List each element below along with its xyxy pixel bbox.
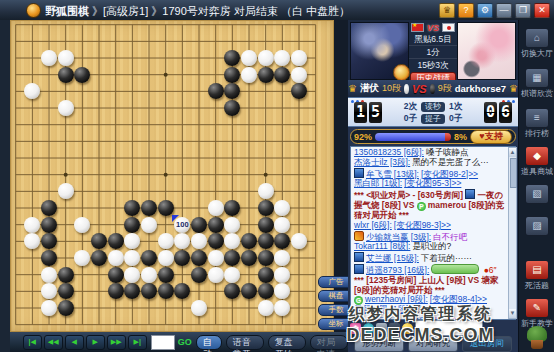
chat-message: 杰洛士ilz [3段]:黑的不是完蛋了么··· xyxy=(354,158,505,168)
chat-text: 白不行吧 xyxy=(433,232,467,242)
settings-gear-icon[interactable]: ⚙ xyxy=(477,3,493,18)
black-stone xyxy=(258,283,274,299)
last-move-stone: 100 xyxy=(174,217,190,233)
sidebar-label: 死活题 xyxy=(519,281,554,290)
help-icon[interactable]: ? xyxy=(458,3,474,18)
black-stone xyxy=(74,67,90,83)
sidebar-icon: ▨ xyxy=(525,216,549,236)
sidebar-item-道具商城[interactable]: ◆道具商城 xyxy=(519,146,554,176)
sidebar-label: 排行榜 xyxy=(519,129,554,138)
black-stone xyxy=(258,233,274,249)
white-stone-icon xyxy=(404,84,409,94)
p-chat-icon: P xyxy=(417,202,426,211)
minimize-button[interactable]: — xyxy=(496,3,512,18)
black-clock: 06 xyxy=(484,102,512,123)
black-stone xyxy=(208,233,224,249)
chat-user-name[interactable]: 黑白郎 [1级]: xyxy=(354,178,402,188)
chat-message: 艾兰娜 [15级]:下着玩的······ xyxy=(354,252,505,264)
chat-announcement: *** <职业对局> - [630号房间] 一夜の握气烧 [8段] VS Pma… xyxy=(354,189,505,221)
white-support-pct: 92% xyxy=(354,132,372,142)
black-stone xyxy=(41,217,57,233)
chat-user-name[interactable]: 牟飞雪 [13级]: xyxy=(366,169,419,179)
variation-link[interactable]: [变化图95-3]>> xyxy=(404,178,461,188)
move-number-label: 100 xyxy=(174,217,190,233)
black-crown-icon: ♛ xyxy=(509,84,518,94)
white-crown-icon: ♛ xyxy=(348,84,357,94)
maximize-button[interactable]: ❐ xyxy=(515,3,531,18)
black-stone xyxy=(258,250,274,266)
white-clock-digit: 1 xyxy=(354,102,367,123)
black-stone xyxy=(58,283,74,299)
black-player-rank: 9段 xyxy=(438,82,452,95)
watermark-line1: 织梦内容管理系统 xyxy=(288,304,553,325)
vs-logo: VS xyxy=(412,83,427,95)
title-bar: 野狐围棋 》[高级房1] 》1790号对弈房 对局结束 （白 中盘胜） ♛ ? … xyxy=(0,0,554,20)
white-stone xyxy=(141,217,157,233)
right-panel: VS 黑贴6.5目 1分 15秒3次 历史战绩 ♛ 潜伏 10段 VS 9段 d… xyxy=(348,20,518,352)
black-stone xyxy=(274,67,290,83)
game-status: 对局结束 （白 中盘胜） xyxy=(234,5,350,17)
black-stone xyxy=(258,67,274,83)
window-title: 野狐围棋 》[高级房1] 》1790号对弈房 对局结束 （白 中盘胜） xyxy=(45,4,350,19)
black-byoyomi-left: 1次 xyxy=(449,101,462,113)
chat-user-name[interactable]: wlxr [6段]: xyxy=(354,220,392,230)
chat-user-name[interactable]: 少输就当赢 [3级]: xyxy=(366,232,431,242)
byoyomi-setting-label: 15秒3次 xyxy=(409,58,457,71)
white-stone xyxy=(274,267,290,283)
avatar-badge-icon xyxy=(393,64,410,81)
nav-first-button[interactable]: |◀ xyxy=(23,335,42,350)
white-stone xyxy=(258,300,274,316)
white-stone xyxy=(224,217,240,233)
black-stone xyxy=(108,267,124,283)
sidebar-label: 棋谱欣赏 xyxy=(519,89,554,98)
japan-flag-icon xyxy=(442,23,455,32)
black-stone xyxy=(124,217,140,233)
chat-text: *** <职业对局> - [630号房间] xyxy=(354,190,465,200)
white-stone xyxy=(108,250,124,266)
chat-user-name[interactable]: wenzhaoyi [9段]: xyxy=(365,294,428,304)
nav-last-button[interactable]: ▶| xyxy=(128,335,147,350)
go-board[interactable]: 100 xyxy=(10,20,334,332)
support-bar: 92% 8% ♥支持 xyxy=(350,129,516,144)
white-stone xyxy=(74,217,90,233)
black-stone-icon xyxy=(430,84,435,94)
sidebar-item-切换大厅[interactable]: ⌂切换大厅 xyxy=(519,28,554,58)
nav-fast-back-button[interactable]: ◀◀ xyxy=(44,335,63,350)
support-button[interactable]: ♥支持 xyxy=(470,130,512,144)
main-time-label: 1分 xyxy=(409,45,457,58)
voice-chat-icon xyxy=(431,264,479,274)
white-byoyomi-left: 2次 xyxy=(404,101,417,113)
white-stone xyxy=(58,100,74,116)
black-stone xyxy=(108,233,124,249)
black-stone xyxy=(108,283,124,299)
nav-back-button[interactable]: ◀ xyxy=(65,335,84,350)
match-settings: VS 黑贴6.5目 1分 15秒3次 历史战绩 xyxy=(409,22,457,86)
sq-chat-icon xyxy=(354,252,364,262)
sidebar-icon: ⌂ xyxy=(525,28,549,48)
chat-user-name[interactable]: 艾兰娜 [15级]: xyxy=(366,253,419,263)
black-stone xyxy=(91,250,107,266)
chat-scrollbar[interactable]: ▲ ▼ xyxy=(508,147,517,319)
chat-user-name[interactable]: 杰洛士ilz [3段]: xyxy=(354,157,410,167)
chat-text: 黑的不是完蛋了么··· xyxy=(412,157,489,167)
chat-user-name[interactable]: Tokar111 [8级]: xyxy=(354,241,410,251)
sidebar-icon: ◆ xyxy=(525,146,549,166)
variation-link[interactable]: [变化图98-2]>> xyxy=(421,169,478,179)
white-player-name[interactable]: 潜伏 xyxy=(360,82,379,95)
sidebar-item-5[interactable]: ▨ xyxy=(519,216,554,237)
chat-text: 嗓子咳静点 xyxy=(426,147,469,157)
watermark-line2: DEDECMS.COM xyxy=(288,325,553,346)
vip-crown-icon[interactable]: ♛ xyxy=(439,3,455,18)
sq-chat-icon xyxy=(465,189,475,199)
player-info-section: VS 黑贴6.5目 1分 15秒3次 历史战绩 xyxy=(348,20,518,80)
black-clock-digit: 0 xyxy=(484,102,497,123)
chat-user-name[interactable]: 逍遥8793 [16级]: xyxy=(366,265,429,275)
nav-fast-forward-button[interactable]: ▶▶ xyxy=(107,335,126,350)
room-breadcrumb: 》[高级房1] 》1790号对弈房 xyxy=(92,5,231,17)
support-progress xyxy=(375,133,451,141)
black-captures: 0子 xyxy=(449,113,462,125)
captures-label: 提子 xyxy=(421,114,445,124)
white-stone xyxy=(41,267,57,283)
vs-label: VS xyxy=(427,23,439,33)
sidebar-label: 道具商城 xyxy=(519,167,554,176)
black-stone xyxy=(258,200,274,216)
chat-message: Tokar111 [8级]:是职业的? xyxy=(354,242,505,252)
scroll-up-icon[interactable]: ▲ xyxy=(509,148,516,157)
variation-link[interactable]: [变化图98-3]>> xyxy=(394,220,451,230)
white-player-avatar[interactable] xyxy=(350,22,409,80)
go-button[interactable]: GO xyxy=(178,337,192,347)
app-name: 野狐围棋 xyxy=(45,5,89,17)
app-window: 野狐围棋 》[高级房1] 》1790号对弈房 对局结束 （白 中盘胜） ♛ ? … xyxy=(0,0,554,352)
white-stone xyxy=(291,67,307,83)
black-stone xyxy=(58,300,74,316)
clock-panel: 15 2次 读秒 1次 0子 提子 0子 06 xyxy=(348,97,518,127)
white-stone xyxy=(224,267,240,283)
byoyomi-label: 读秒 xyxy=(421,102,445,112)
black-stone xyxy=(208,83,224,99)
white-stone xyxy=(158,250,174,266)
board-area: 100 广告棋盘手数坐标放大 xyxy=(10,20,348,332)
chat-announcement: *** [1235号房间] 上山人 [9段] VS 塘家 [9段]的竞猜对局开始… xyxy=(354,276,505,296)
white-stone xyxy=(58,183,74,199)
sidebar-icon: ▦ xyxy=(525,68,549,88)
chat-text: 是职业的? xyxy=(412,241,451,251)
white-stone xyxy=(274,217,290,233)
black-stone xyxy=(191,250,207,266)
badge-chat-icon xyxy=(354,231,364,241)
white-stone xyxy=(208,267,224,283)
white-stone xyxy=(41,50,57,66)
white-stone xyxy=(24,217,40,233)
white-stone xyxy=(258,50,274,66)
black-stone xyxy=(158,200,174,216)
sq-chat-icon xyxy=(354,168,364,178)
voice-toggle-button[interactable]: 语音常开 xyxy=(226,335,264,350)
clock-dot xyxy=(512,100,515,103)
black-stone xyxy=(258,217,274,233)
chat-text: *** [1235号房间] 上山人 [9段] VS 塘家 [9段]的竞猜对局开始… xyxy=(354,275,499,295)
chat-user-name[interactable]: 1350818235 [6段]: xyxy=(354,147,424,157)
white-stone xyxy=(158,233,174,249)
sidebar-item-排行榜[interactable]: ≡排行榜 xyxy=(519,108,554,138)
black-clock-digit: 6 xyxy=(499,102,512,123)
white-stone xyxy=(241,67,257,83)
sidebar-icon: ≡ xyxy=(525,108,549,128)
variation-link[interactable]: [变化图98-4]>> xyxy=(430,294,487,304)
white-stone xyxy=(41,300,57,316)
white-captures: 0子 xyxy=(404,113,417,125)
white-clock-digit: 5 xyxy=(369,102,382,123)
chat-message: 黑白郎 [1级]:[变化图95-3]>> xyxy=(354,179,505,189)
chat-text: ●6″ xyxy=(481,265,496,275)
sidebar-item-4[interactable]: ▧ xyxy=(519,184,554,205)
black-stone xyxy=(141,250,157,266)
black-stone xyxy=(58,267,74,283)
black-stone xyxy=(58,67,74,83)
app-logo-icon xyxy=(26,3,41,18)
right-sidebar: ⌂切换大厅▦棋谱欣赏≡排行榜◆道具商城▧▨▤死活题✎新手教学 xyxy=(518,20,554,352)
chat-text: 下着玩的······ xyxy=(421,253,472,263)
black-stone xyxy=(158,267,174,283)
sq-chat-icon xyxy=(354,264,364,274)
white-stone xyxy=(291,50,307,66)
white-stone xyxy=(241,50,257,66)
white-stone xyxy=(258,183,274,199)
white-stone xyxy=(141,267,157,283)
close-button[interactable]: ✕ xyxy=(534,3,550,18)
white-stone xyxy=(208,250,224,266)
watermark: 织梦内容管理系统 DEDECMS.COM xyxy=(288,304,553,346)
sidebar-item-棋谱欣赏[interactable]: ▦棋谱欣赏 xyxy=(519,68,554,98)
black-stone xyxy=(241,250,257,266)
black-player-name[interactable]: darkhorse7 xyxy=(455,83,506,94)
window-controls: ♛ ? ⚙ — ❐ ✕ xyxy=(439,3,550,18)
white-stone xyxy=(124,267,140,283)
black-stone xyxy=(141,200,157,216)
sidebar-icon: ▤ xyxy=(525,260,549,280)
white-stone xyxy=(208,200,224,216)
white-player-rank: 10段 xyxy=(382,82,401,95)
move-number-input[interactable] xyxy=(151,335,175,350)
black-support-segment xyxy=(445,133,451,141)
sidebar-label: 切换大厅 xyxy=(519,49,554,58)
chat-message: wlxr [6段]:[变化图98-3]>> xyxy=(354,221,505,231)
chat-panel: 1350818235 [6段]:嗓子咳静点杰洛士ilz [3段]:黑的不是完蛋了… xyxy=(350,146,516,320)
black-stone xyxy=(191,217,207,233)
sidebar-icon: ▧ xyxy=(525,184,549,204)
black-stone xyxy=(258,267,274,283)
nav-forward-button[interactable]: ▶ xyxy=(86,335,105,350)
players-name-bar: ♛ 潜伏 10段 VS 9段 darkhorse7 ♛ xyxy=(348,80,518,97)
black-player-avatar[interactable] xyxy=(457,22,516,80)
black-stone xyxy=(208,217,224,233)
white-stone xyxy=(58,50,74,66)
white-support-segment xyxy=(375,133,445,141)
black-support-pct: 8% xyxy=(454,132,467,142)
china-flag-icon xyxy=(411,23,424,32)
white-stone xyxy=(191,300,207,316)
komi-label: 黑贴6.5目 xyxy=(409,33,457,45)
white-clock: 15 xyxy=(354,102,382,123)
auto-play-button[interactable]: 自动 xyxy=(196,335,222,350)
black-stone xyxy=(158,283,174,299)
black-stone xyxy=(41,250,57,266)
sidebar-item-死活题[interactable]: ▤死活题 xyxy=(519,260,554,290)
clock-middle: 2次 读秒 1次 0子 提子 0子 xyxy=(388,101,478,125)
black-stone xyxy=(191,267,207,283)
scroll-thumb[interactable] xyxy=(510,158,517,188)
black-stone xyxy=(224,67,240,83)
black-stone xyxy=(41,200,57,216)
